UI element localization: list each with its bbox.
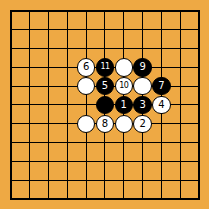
stone-white: 6 — [77, 58, 95, 76]
stone-black: 11 — [96, 58, 114, 76]
stone-white — [133, 77, 151, 95]
move-number-label: 7 — [158, 81, 164, 91]
stone-white — [115, 58, 133, 76]
intersection[interactable]: 11 — [96, 58, 115, 77]
stone-black: 9 — [133, 58, 151, 76]
stone-white: 4 — [152, 96, 170, 114]
intersection[interactable]: 9 — [133, 58, 152, 77]
stone-black: 7 — [152, 77, 170, 95]
intersection[interactable]: 4 — [152, 96, 171, 115]
move-number-label: 9 — [139, 62, 145, 72]
move-number-label: 8 — [102, 119, 108, 129]
go-diagram: 6119510713482 — [0, 0, 209, 209]
intersection[interactable]: 7 — [152, 77, 171, 96]
stone-black: 1 — [115, 96, 133, 114]
move-number-label: 1 — [121, 100, 127, 110]
move-number-label: 2 — [139, 119, 145, 129]
stone-black: 3 — [133, 96, 151, 114]
stone-white: 2 — [133, 115, 151, 133]
move-number-label: 10 — [119, 82, 128, 90]
move-number-label: 3 — [139, 100, 145, 110]
intersection[interactable]: 3 — [133, 96, 152, 115]
move-number-label: 5 — [102, 81, 108, 91]
stone-white — [115, 115, 133, 133]
stone-white: 8 — [96, 115, 114, 133]
move-number-label: 4 — [158, 100, 164, 110]
go-board: 6119510713482 — [2, 2, 209, 209]
intersection[interactable] — [114, 58, 133, 77]
intersection[interactable] — [114, 114, 133, 133]
move-number-label: 6 — [83, 62, 89, 72]
intersection[interactable]: 2 — [133, 114, 152, 133]
move-number-label: 11 — [100, 63, 109, 71]
